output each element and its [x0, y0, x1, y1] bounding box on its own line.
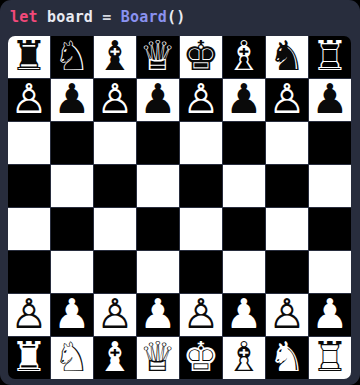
piece-white-knight-g1[interactable]: ♞ — [269, 337, 306, 378]
square-e3[interactable] — [180, 251, 222, 293]
code-preview-card: let board = Board() ♜♘♝♕♚♗♞♖♙♟♙♟♙♟♙♟♙♟♙♟… — [0, 0, 360, 385]
code-token-keyword-let: let — [10, 8, 47, 26]
square-f5[interactable] — [223, 165, 265, 207]
piece-white-pawn-h2[interactable]: ♟ — [312, 294, 349, 335]
square-h3[interactable] — [309, 251, 351, 293]
square-f7[interactable]: ♟ — [223, 79, 265, 121]
square-d6[interactable] — [137, 122, 179, 164]
piece-black-king-e8[interactable]: ♚ — [183, 36, 220, 77]
square-a3[interactable] — [8, 251, 50, 293]
chess-board[interactable]: ♜♘♝♕♚♗♞♖♙♟♙♟♙♟♙♟♙♟♙♟♙♟♙♟♜♘♝♕♚♗♞♖ — [8, 36, 351, 379]
square-h1[interactable]: ♖ — [309, 337, 351, 379]
piece-white-pawn-g2[interactable]: ♙ — [269, 294, 306, 335]
square-f4[interactable] — [223, 208, 265, 250]
piece-black-rook-a8[interactable]: ♜ — [11, 36, 48, 77]
piece-black-pawn-h7[interactable]: ♟ — [312, 79, 349, 120]
square-a8[interactable]: ♜ — [8, 36, 50, 78]
piece-white-queen-d1[interactable]: ♕ — [140, 337, 177, 378]
square-d1[interactable]: ♕ — [137, 337, 179, 379]
piece-black-pawn-e7[interactable]: ♙ — [183, 79, 220, 120]
square-c7[interactable]: ♙ — [94, 79, 136, 121]
square-d8[interactable]: ♕ — [137, 36, 179, 78]
square-e5[interactable] — [180, 165, 222, 207]
square-e7[interactable]: ♙ — [180, 79, 222, 121]
square-g3[interactable] — [266, 251, 308, 293]
square-f1[interactable]: ♗ — [223, 337, 265, 379]
square-b6[interactable] — [51, 122, 93, 164]
square-g7[interactable]: ♙ — [266, 79, 308, 121]
square-g6[interactable] — [266, 122, 308, 164]
square-b4[interactable] — [51, 208, 93, 250]
code-token-operator-equals: = — [102, 8, 120, 26]
square-h2[interactable]: ♟ — [309, 294, 351, 336]
piece-black-pawn-b7[interactable]: ♟ — [54, 79, 91, 120]
square-c3[interactable] — [94, 251, 136, 293]
code-line: let board = Board() — [10, 6, 185, 28]
square-c5[interactable] — [94, 165, 136, 207]
square-h8[interactable]: ♖ — [309, 36, 351, 78]
piece-black-pawn-a7[interactable]: ♙ — [11, 79, 48, 120]
square-d5[interactable] — [137, 165, 179, 207]
piece-black-bishop-c8[interactable]: ♝ — [97, 36, 134, 77]
square-a6[interactable] — [8, 122, 50, 164]
square-b3[interactable] — [51, 251, 93, 293]
square-f3[interactable] — [223, 251, 265, 293]
piece-white-pawn-e2[interactable]: ♙ — [183, 294, 220, 335]
square-h4[interactable] — [309, 208, 351, 250]
square-a2[interactable]: ♙ — [8, 294, 50, 336]
piece-white-rook-a1[interactable]: ♜ — [11, 337, 48, 378]
square-a7[interactable]: ♙ — [8, 79, 50, 121]
piece-white-knight-b1[interactable]: ♘ — [54, 337, 91, 378]
square-g8[interactable]: ♞ — [266, 36, 308, 78]
square-b2[interactable]: ♟ — [51, 294, 93, 336]
square-c8[interactable]: ♝ — [94, 36, 136, 78]
code-token-type-Board: Board — [121, 8, 167, 26]
square-e6[interactable] — [180, 122, 222, 164]
square-f2[interactable]: ♟ — [223, 294, 265, 336]
piece-black-bishop-f8[interactable]: ♗ — [226, 36, 263, 77]
square-d4[interactable] — [137, 208, 179, 250]
square-b8[interactable]: ♘ — [51, 36, 93, 78]
square-c1[interactable]: ♝ — [94, 337, 136, 379]
square-f6[interactable] — [223, 122, 265, 164]
piece-white-rook-h1[interactable]: ♖ — [312, 337, 349, 378]
square-d3[interactable] — [137, 251, 179, 293]
piece-white-pawn-f2[interactable]: ♟ — [226, 294, 263, 335]
square-e1[interactable]: ♚ — [180, 337, 222, 379]
square-c4[interactable] — [94, 208, 136, 250]
square-g5[interactable] — [266, 165, 308, 207]
piece-white-bishop-c1[interactable]: ♝ — [97, 337, 134, 378]
square-g1[interactable]: ♞ — [266, 337, 308, 379]
square-h5[interactable] — [309, 165, 351, 207]
code-token-call-parens: () — [167, 8, 185, 26]
square-h7[interactable]: ♟ — [309, 79, 351, 121]
square-c6[interactable] — [94, 122, 136, 164]
square-g2[interactable]: ♙ — [266, 294, 308, 336]
square-a5[interactable] — [8, 165, 50, 207]
square-e4[interactable] — [180, 208, 222, 250]
piece-black-pawn-f7[interactable]: ♟ — [226, 79, 263, 120]
code-token-identifier-board: board — [47, 8, 102, 26]
square-b1[interactable]: ♘ — [51, 337, 93, 379]
square-d7[interactable]: ♟ — [137, 79, 179, 121]
square-h6[interactable] — [309, 122, 351, 164]
piece-black-knight-g8[interactable]: ♞ — [269, 36, 306, 77]
square-g4[interactable] — [266, 208, 308, 250]
square-f8[interactable]: ♗ — [223, 36, 265, 78]
square-d2[interactable]: ♟ — [137, 294, 179, 336]
square-c2[interactable]: ♙ — [94, 294, 136, 336]
piece-black-pawn-g7[interactable]: ♙ — [269, 79, 306, 120]
piece-white-pawn-a2[interactable]: ♙ — [11, 294, 48, 335]
piece-white-pawn-b2[interactable]: ♟ — [54, 294, 91, 335]
piece-white-king-e1[interactable]: ♚ — [183, 337, 220, 378]
piece-black-rook-h8[interactable]: ♖ — [312, 36, 349, 77]
square-b7[interactable]: ♟ — [51, 79, 93, 121]
piece-black-queen-d8[interactable]: ♕ — [140, 36, 177, 77]
square-b5[interactable] — [51, 165, 93, 207]
square-e8[interactable]: ♚ — [180, 36, 222, 78]
piece-white-pawn-c2[interactable]: ♙ — [97, 294, 134, 335]
piece-white-pawn-d2[interactable]: ♟ — [140, 294, 177, 335]
square-a1[interactable]: ♜ — [8, 337, 50, 379]
piece-black-pawn-c7[interactable]: ♙ — [97, 79, 134, 120]
square-a4[interactable] — [8, 208, 50, 250]
piece-black-pawn-d7[interactable]: ♟ — [140, 79, 177, 120]
square-e2[interactable]: ♙ — [180, 294, 222, 336]
piece-white-bishop-f1[interactable]: ♗ — [226, 337, 263, 378]
piece-black-knight-b8[interactable]: ♘ — [54, 36, 91, 77]
